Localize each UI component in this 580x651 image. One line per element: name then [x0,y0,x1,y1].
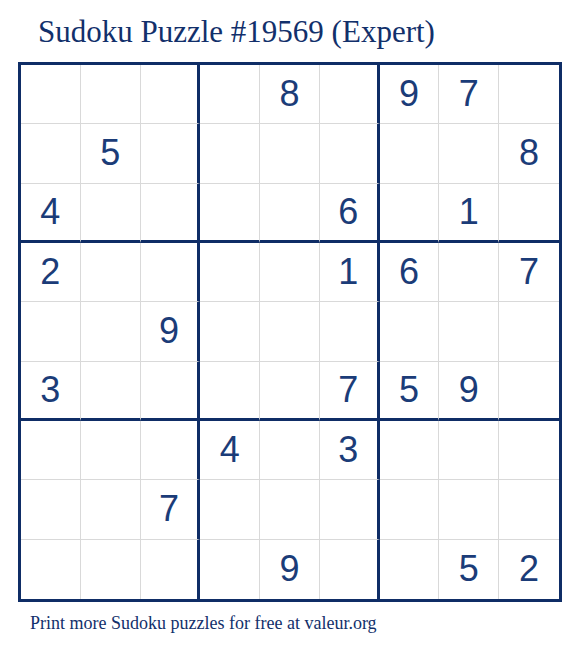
sudoku-cell-r6c5[interactable] [260,362,320,421]
sudoku-cell-r5c2[interactable] [81,302,141,361]
sudoku-cell-r5c6[interactable] [320,302,380,361]
sudoku-cell-r7c6[interactable]: 3 [320,421,380,480]
sudoku-cell-r3c9[interactable] [499,184,559,243]
sudoku-cell-r1c2[interactable] [81,65,141,124]
sudoku-cell-r9c6[interactable] [320,540,380,599]
sudoku-cell-r8c8[interactable] [439,480,499,539]
sudoku-cell-r2c9[interactable]: 8 [499,124,559,183]
sudoku-cell-r4c3[interactable] [141,243,201,302]
sudoku-cell-r7c5[interactable] [260,421,320,480]
sudoku-cell-r9c5[interactable]: 9 [260,540,320,599]
sudoku-cell-r4c5[interactable] [260,243,320,302]
sudoku-cell-r4c4[interactable] [200,243,260,302]
sudoku-cell-r3c4[interactable] [200,184,260,243]
sudoku-cell-r2c7[interactable] [380,124,440,183]
sudoku-cell-r8c3[interactable]: 7 [141,480,201,539]
sudoku-cell-r9c1[interactable] [21,540,81,599]
sudoku-cell-r8c6[interactable] [320,480,380,539]
sudoku-cell-r2c4[interactable] [200,124,260,183]
sudoku-cell-r6c9[interactable] [499,362,559,421]
sudoku-cell-r1c1[interactable] [21,65,81,124]
sudoku-cell-r7c8[interactable] [439,421,499,480]
sudoku-cell-r3c1[interactable]: 4 [21,184,81,243]
sudoku-cell-r3c7[interactable] [380,184,440,243]
sudoku-cell-r4c7[interactable]: 6 [380,243,440,302]
sudoku-cell-r1c3[interactable] [141,65,201,124]
sudoku-cell-r7c9[interactable] [499,421,559,480]
sudoku-cell-r1c7[interactable]: 9 [380,65,440,124]
sudoku-cell-r1c5[interactable]: 8 [260,65,320,124]
sudoku-cell-r2c1[interactable] [21,124,81,183]
sudoku-cell-r5c9[interactable] [499,302,559,361]
sudoku-cell-r2c3[interactable] [141,124,201,183]
sudoku-cell-r6c6[interactable]: 7 [320,362,380,421]
sudoku-cell-r6c2[interactable] [81,362,141,421]
sudoku-cell-r1c9[interactable] [499,65,559,124]
sudoku-cell-r5c5[interactable] [260,302,320,361]
sudoku-cell-r8c1[interactable] [21,480,81,539]
sudoku-cell-r3c2[interactable] [81,184,141,243]
sudoku-cell-r3c6[interactable]: 6 [320,184,380,243]
sudoku-cell-r7c1[interactable] [21,421,81,480]
sudoku-cell-r8c7[interactable] [380,480,440,539]
sudoku-cell-r7c3[interactable] [141,421,201,480]
sudoku-cell-r5c8[interactable] [439,302,499,361]
sudoku-cell-r1c4[interactable] [200,65,260,124]
sudoku-board: 89758461216793759437952 [18,62,562,602]
sudoku-cell-r7c2[interactable] [81,421,141,480]
sudoku-page: Sudoku Puzzle #19569 (Expert) 8975846121… [0,0,580,651]
sudoku-cell-r6c7[interactable]: 5 [380,362,440,421]
sudoku-cell-r3c5[interactable] [260,184,320,243]
footer-text: Print more Sudoku puzzles for free at va… [30,613,377,634]
sudoku-cell-r4c6[interactable]: 1 [320,243,380,302]
sudoku-cell-r9c8[interactable]: 5 [439,540,499,599]
sudoku-cell-r9c7[interactable] [380,540,440,599]
sudoku-cell-r8c5[interactable] [260,480,320,539]
sudoku-cell-r9c9[interactable]: 2 [499,540,559,599]
sudoku-cell-r1c8[interactable]: 7 [439,65,499,124]
sudoku-cell-r5c4[interactable] [200,302,260,361]
sudoku-cell-r8c4[interactable] [200,480,260,539]
page-title: Sudoku Puzzle #19569 (Expert) [38,14,435,50]
sudoku-cell-r8c2[interactable] [81,480,141,539]
sudoku-cell-r4c2[interactable] [81,243,141,302]
sudoku-cell-r2c2[interactable]: 5 [81,124,141,183]
sudoku-cell-r3c8[interactable]: 1 [439,184,499,243]
sudoku-cell-r6c1[interactable]: 3 [21,362,81,421]
sudoku-cell-r5c1[interactable] [21,302,81,361]
sudoku-cell-r4c8[interactable] [439,243,499,302]
sudoku-cell-r1c6[interactable] [320,65,380,124]
sudoku-cell-r2c5[interactable] [260,124,320,183]
sudoku-cell-r8c9[interactable] [499,480,559,539]
sudoku-cell-r6c8[interactable]: 9 [439,362,499,421]
sudoku-cell-r9c4[interactable] [200,540,260,599]
sudoku-cell-r9c3[interactable] [141,540,201,599]
sudoku-cell-r6c4[interactable] [200,362,260,421]
sudoku-cell-r5c7[interactable] [380,302,440,361]
sudoku-cell-r4c9[interactable]: 7 [499,243,559,302]
sudoku-cell-r7c7[interactable] [380,421,440,480]
sudoku-cell-r2c6[interactable] [320,124,380,183]
sudoku-cell-r5c3[interactable]: 9 [141,302,201,361]
sudoku-cell-r4c1[interactable]: 2 [21,243,81,302]
sudoku-cell-r6c3[interactable] [141,362,201,421]
sudoku-cell-r9c2[interactable] [81,540,141,599]
sudoku-cell-r3c3[interactable] [141,184,201,243]
sudoku-cell-r2c8[interactable] [439,124,499,183]
sudoku-cell-r7c4[interactable]: 4 [200,421,260,480]
